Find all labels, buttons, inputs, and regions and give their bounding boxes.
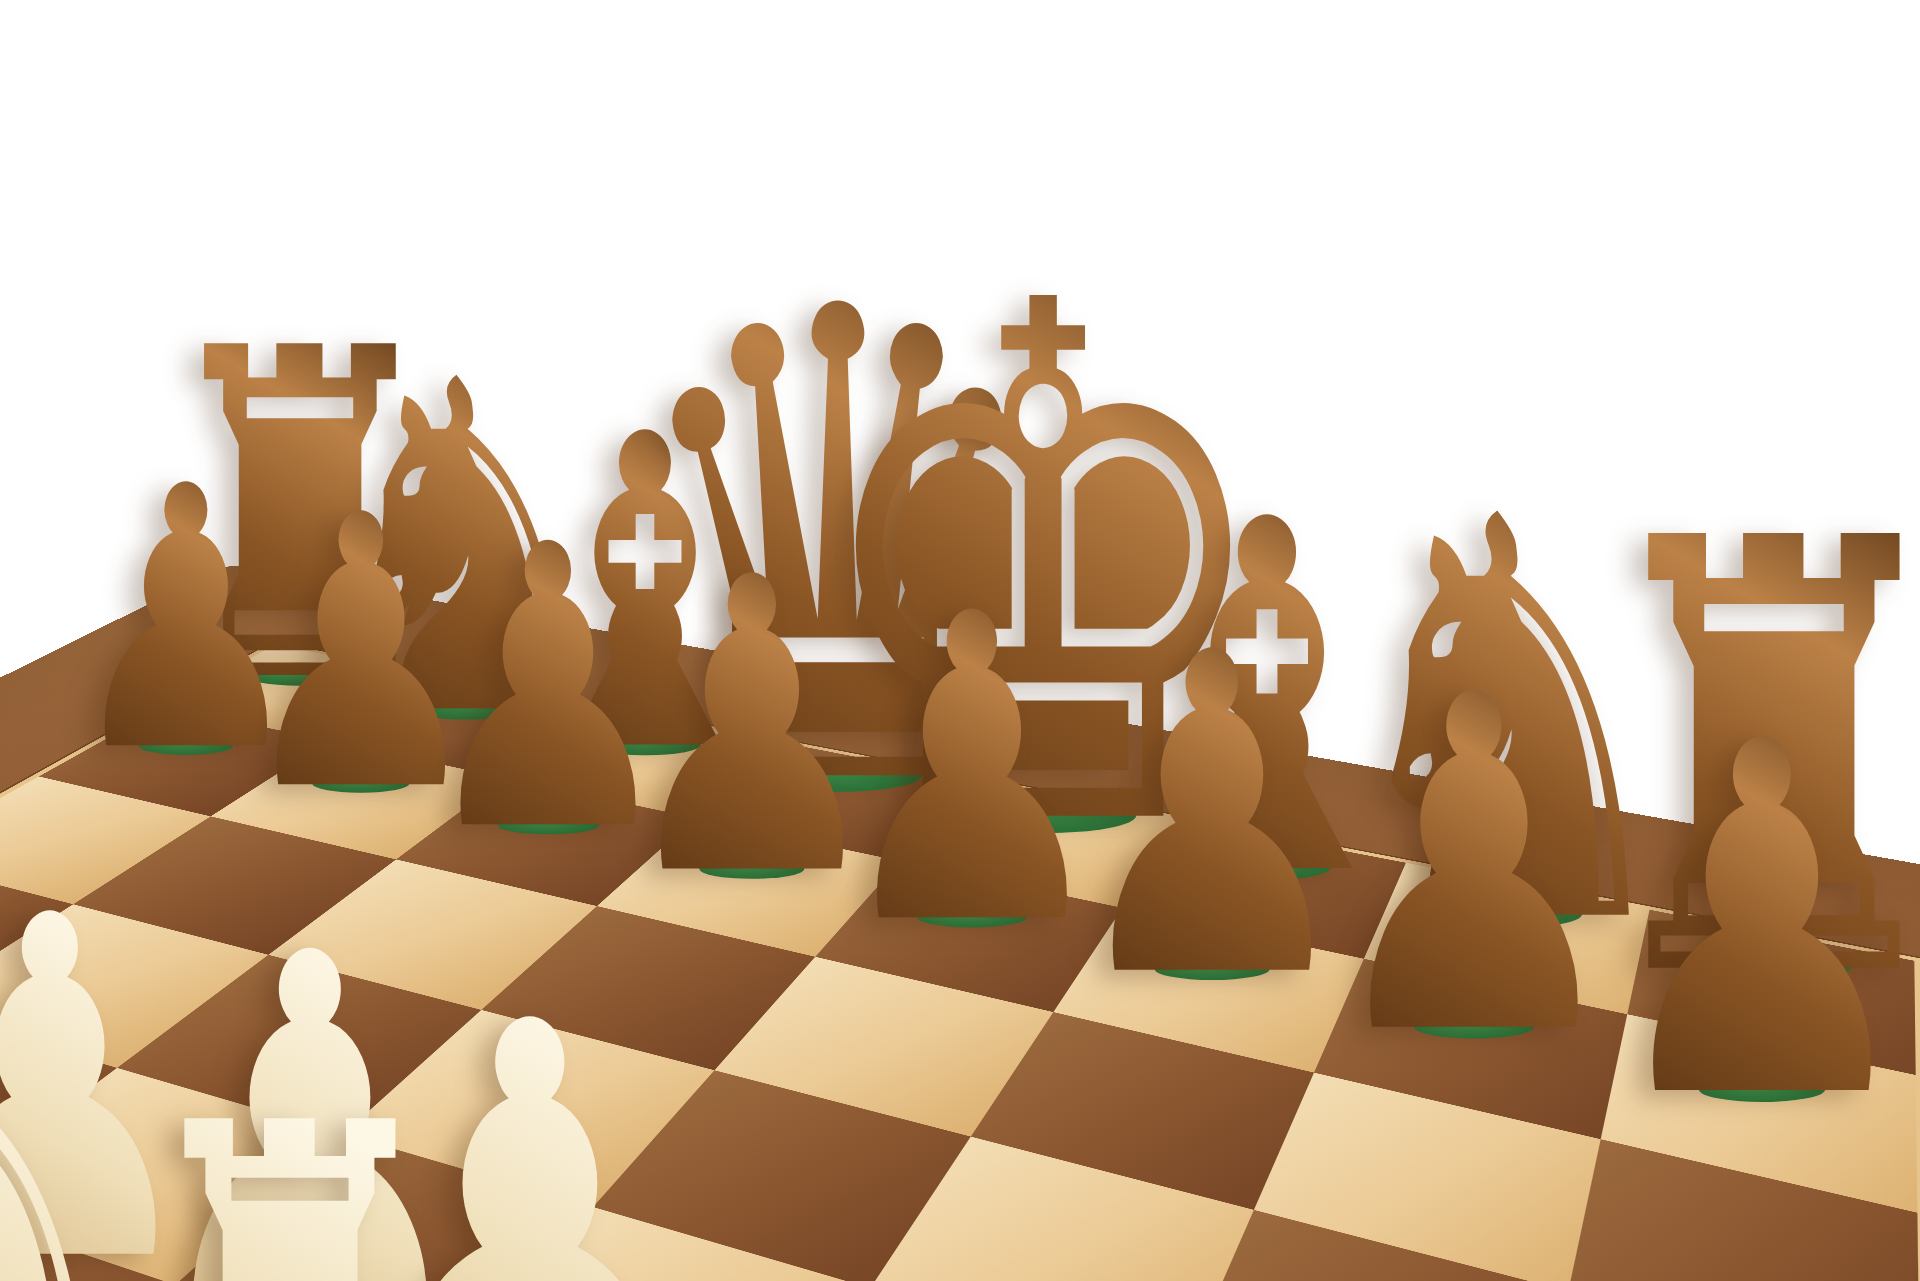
black-pawn-h7: ♟ xyxy=(1545,680,1920,1164)
pawn-glyph: ♟ xyxy=(1599,680,1920,1164)
pawn-glyph: ♟ xyxy=(335,950,725,1281)
chess-set-photo: ♜♞♟♝♟♛♟♚♟♝♟♞♟♜♟♟♟♞♟♜♟ xyxy=(0,0,1920,1281)
white-pawn-foreground-5: ♟ xyxy=(270,950,790,1281)
pieces-layer: ♜♞♟♝♟♛♟♚♟♝♟♞♟♜♟♟♟♞♟♜♟ xyxy=(0,0,1920,1281)
